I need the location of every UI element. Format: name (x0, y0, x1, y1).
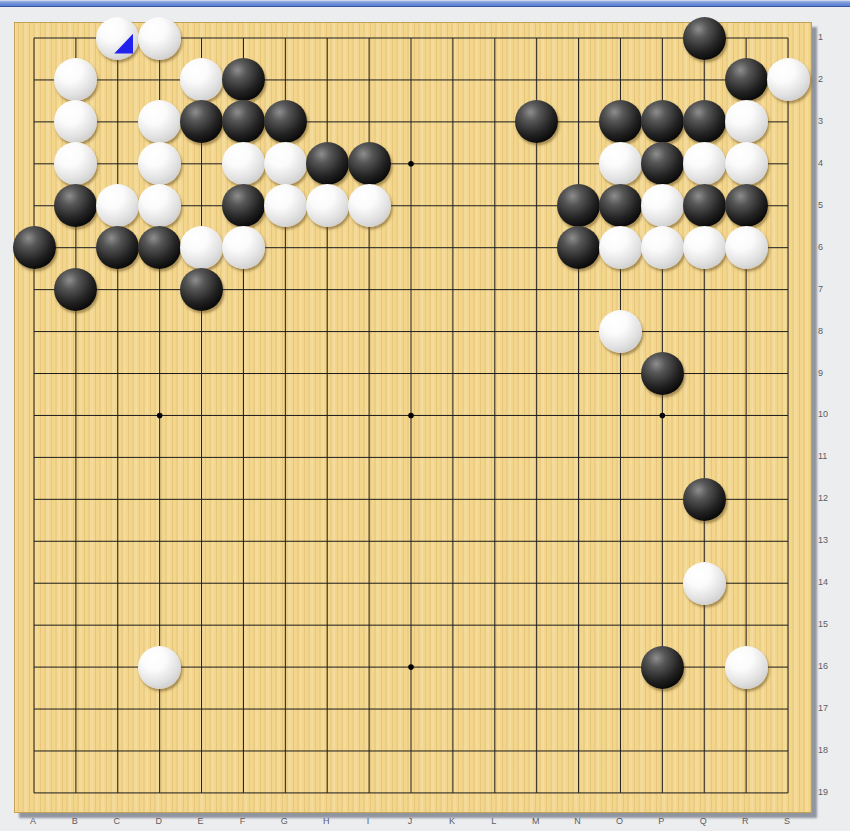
black-stone (557, 226, 600, 269)
column-label-I: I (360, 816, 376, 826)
white-stone (138, 100, 181, 143)
row-label-6: 6 (818, 242, 832, 252)
black-stone (264, 100, 307, 143)
black-stone (641, 646, 684, 689)
column-label-E: E (193, 816, 209, 826)
black-stone (683, 184, 726, 227)
column-label-J: J (402, 816, 418, 826)
white-stone (264, 142, 307, 185)
black-stone (515, 100, 558, 143)
black-stone (13, 226, 56, 269)
row-label-17: 17 (818, 703, 832, 713)
black-stone (306, 142, 349, 185)
black-stone (180, 268, 223, 311)
white-stone (222, 142, 265, 185)
column-label-O: O (611, 816, 627, 826)
column-label-G: G (276, 816, 292, 826)
white-stone (180, 226, 223, 269)
black-stone (725, 58, 768, 101)
row-label-7: 7 (818, 284, 832, 294)
row-label-9: 9 (818, 368, 832, 378)
column-label-R: R (737, 816, 753, 826)
row-label-11: 11 (818, 451, 832, 461)
row-label-4: 4 (818, 158, 832, 168)
window-titlebar-edge (0, 0, 850, 7)
black-stone (54, 268, 97, 311)
white-stone (138, 142, 181, 185)
go-client-screen: { "game": "go", "app": { "titlebar_color… (0, 0, 850, 831)
white-stone (641, 226, 684, 269)
white-stone (138, 646, 181, 689)
black-stone (641, 142, 684, 185)
row-label-1: 1 (818, 32, 832, 42)
white-stone (138, 17, 181, 60)
column-label-P: P (653, 816, 669, 826)
row-label-8: 8 (818, 326, 832, 336)
white-stone (222, 226, 265, 269)
column-label-K: K (444, 816, 460, 826)
black-stone (222, 184, 265, 227)
column-label-Q: Q (695, 816, 711, 826)
black-stone (96, 226, 139, 269)
white-stone (725, 142, 768, 185)
row-label-2: 2 (818, 74, 832, 84)
white-stone (683, 142, 726, 185)
white-stone (683, 562, 726, 605)
white-stone (306, 184, 349, 227)
column-label-D: D (151, 816, 167, 826)
white-stone (138, 184, 181, 227)
white-stone (599, 226, 642, 269)
white-stone (767, 58, 810, 101)
column-label-S: S (779, 816, 795, 826)
row-label-12: 12 (818, 493, 832, 503)
black-stone (683, 478, 726, 521)
black-stone (599, 184, 642, 227)
row-label-3: 3 (818, 116, 832, 126)
row-label-13: 13 (818, 535, 832, 545)
black-stone (222, 100, 265, 143)
white-stone (725, 100, 768, 143)
column-label-N: N (570, 816, 586, 826)
black-stone (641, 100, 684, 143)
white-stone (725, 226, 768, 269)
black-stone (725, 184, 768, 227)
column-label-L: L (486, 816, 502, 826)
white-stone (641, 184, 684, 227)
white-stone (725, 646, 768, 689)
row-label-10: 10 (818, 409, 832, 419)
white-stone (348, 184, 391, 227)
white-stone (599, 142, 642, 185)
white-stone (599, 310, 642, 353)
black-stone (138, 226, 181, 269)
row-label-16: 16 (818, 661, 832, 671)
column-label-C: C (109, 816, 125, 826)
column-label-M: M (528, 816, 544, 826)
white-stone (96, 184, 139, 227)
column-label-H: H (318, 816, 334, 826)
white-stone (96, 17, 139, 60)
black-stone (599, 100, 642, 143)
white-stone (54, 58, 97, 101)
white-stone (683, 226, 726, 269)
column-label-B: B (67, 816, 83, 826)
black-stone (348, 142, 391, 185)
black-stone (683, 17, 726, 60)
row-label-14: 14 (818, 577, 832, 587)
white-stone (264, 184, 307, 227)
go-board[interactable] (14, 22, 812, 813)
white-stone (54, 142, 97, 185)
column-label-F: F (234, 816, 250, 826)
black-stone (557, 184, 600, 227)
white-stone (180, 58, 223, 101)
black-stone (54, 184, 97, 227)
row-label-18: 18 (818, 745, 832, 755)
black-stone (180, 100, 223, 143)
stones-layer (15, 23, 811, 812)
row-label-5: 5 (818, 200, 832, 210)
black-stone (683, 100, 726, 143)
row-label-15: 15 (818, 619, 832, 629)
black-stone (641, 352, 684, 395)
white-stone (54, 100, 97, 143)
black-stone (222, 58, 265, 101)
row-label-19: 19 (818, 787, 832, 797)
column-label-A: A (25, 816, 41, 826)
last-move-triangle-marker (114, 34, 133, 54)
